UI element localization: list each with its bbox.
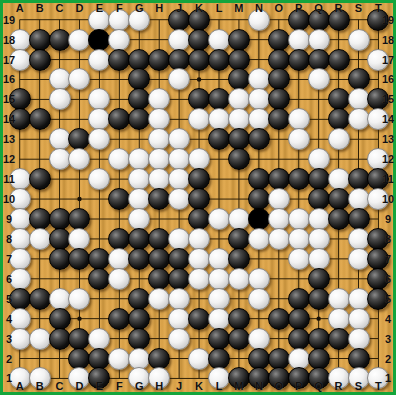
white-stone-J11[interactable] — [168, 168, 190, 190]
black-stone-B5[interactable] — [29, 288, 51, 310]
black-stone-M17[interactable] — [228, 49, 250, 71]
black-stone-F17[interactable] — [108, 49, 130, 71]
black-stone-R17[interactable] — [328, 49, 350, 71]
white-stone-K8[interactable] — [188, 228, 210, 250]
white-stone-M14[interactable] — [228, 108, 250, 130]
white-stone-P9[interactable] — [288, 208, 310, 230]
white-stone-D8[interactable] — [68, 228, 90, 250]
row-label-right-2: 2 — [385, 353, 391, 364]
col-label-bottom-P: P — [295, 381, 302, 392]
black-stone-P5[interactable] — [288, 288, 310, 310]
white-stone-F12[interactable] — [108, 148, 130, 170]
white-stone-L9[interactable] — [208, 208, 230, 230]
white-stone-D16[interactable] — [68, 68, 90, 90]
white-stone-C12[interactable] — [49, 148, 71, 170]
white-stone-Q12[interactable] — [308, 148, 330, 170]
col-label-top-C: C — [56, 3, 64, 14]
white-stone-E13[interactable] — [88, 128, 110, 150]
black-stone-C18[interactable] — [49, 29, 71, 51]
row-label-right-14: 14 — [382, 114, 394, 125]
black-stone-L3[interactable] — [208, 328, 230, 350]
black-stone-H8[interactable] — [148, 228, 170, 250]
black-stone-M18[interactable] — [228, 29, 250, 51]
row-label-right-7: 7 — [385, 253, 391, 264]
row-label-left-8: 8 — [6, 233, 12, 244]
black-stone-B14[interactable] — [29, 108, 51, 130]
white-stone-G2[interactable] — [128, 348, 150, 370]
col-label-bottom-N: N — [255, 381, 263, 392]
white-stone-S14[interactable] — [348, 108, 370, 130]
white-stone-G10[interactable] — [128, 188, 150, 210]
black-stone-R10[interactable] — [328, 188, 350, 210]
black-stone-M12[interactable] — [228, 148, 250, 170]
black-stone-M4[interactable] — [228, 308, 250, 330]
white-stone-E17[interactable] — [88, 49, 110, 71]
black-stone-O14[interactable] — [268, 108, 290, 130]
black-stone-S16[interactable] — [348, 68, 370, 90]
black-stone-F14[interactable] — [108, 108, 130, 130]
white-stone-S18[interactable] — [348, 29, 370, 51]
black-stone-O16[interactable] — [268, 68, 290, 90]
white-stone-N15[interactable] — [248, 88, 270, 110]
col-label-top-Q: Q — [314, 3, 323, 14]
white-stone-R11[interactable] — [328, 168, 350, 190]
black-stone-K4[interactable] — [188, 308, 210, 330]
white-stone-F7[interactable] — [108, 248, 130, 270]
row-label-right-18: 18 — [382, 34, 394, 45]
white-stone-N8[interactable] — [248, 228, 270, 250]
black-stone-M16[interactable] — [228, 68, 250, 90]
white-stone-K7[interactable] — [188, 248, 210, 270]
black-stone-H6[interactable] — [148, 268, 170, 290]
row-label-left-9: 9 — [6, 214, 12, 225]
white-stone-H15[interactable] — [148, 88, 170, 110]
col-label-bottom-A: A — [16, 381, 24, 392]
black-stone-O11[interactable] — [268, 168, 290, 190]
row-label-right-12: 12 — [382, 154, 394, 165]
black-stone-R15[interactable] — [328, 88, 350, 110]
white-stone-K2[interactable] — [188, 348, 210, 370]
black-stone-M3[interactable] — [228, 328, 250, 350]
black-stone-M8[interactable] — [228, 228, 250, 250]
white-stone-P7[interactable] — [288, 248, 310, 270]
black-stone-C3[interactable] — [49, 328, 71, 350]
col-label-top-A: A — [16, 3, 24, 14]
white-stone-Q16[interactable] — [308, 68, 330, 90]
black-stone-S11[interactable] — [348, 168, 370, 190]
black-stone-P4[interactable] — [288, 308, 310, 330]
black-stone-Q6[interactable] — [308, 268, 330, 290]
col-label-top-R: R — [335, 3, 343, 14]
row-label-right-13: 13 — [382, 134, 394, 145]
black-stone-N9-marked[interactable] — [248, 208, 270, 230]
white-stone-S15[interactable] — [348, 88, 370, 110]
white-stone-J12[interactable] — [168, 148, 190, 170]
black-stone-K9[interactable] — [188, 208, 210, 230]
white-stone-K12[interactable] — [188, 148, 210, 170]
black-stone-O18[interactable] — [268, 29, 290, 51]
col-label-bottom-E: E — [96, 381, 103, 392]
col-label-top-S: S — [355, 3, 362, 14]
white-stone-L18[interactable] — [208, 29, 230, 51]
white-stone-B3[interactable] — [29, 328, 51, 350]
white-stone-C5[interactable] — [49, 288, 71, 310]
row-label-left-2: 2 — [6, 353, 12, 364]
black-stone-S9[interactable] — [348, 208, 370, 230]
white-stone-G11[interactable] — [128, 168, 150, 190]
row-label-right-11: 11 — [382, 174, 394, 185]
white-stone-P18[interactable] — [288, 29, 310, 51]
row-label-right-4: 4 — [385, 313, 391, 324]
black-stone-K15[interactable] — [188, 88, 210, 110]
black-stone-D13[interactable] — [68, 128, 90, 150]
white-stone-F2[interactable] — [108, 348, 130, 370]
black-stone-O17[interactable] — [268, 49, 290, 71]
white-stone-J18[interactable] — [168, 29, 190, 51]
black-stone-G5[interactable] — [128, 288, 150, 310]
col-label-top-D: D — [76, 3, 84, 14]
white-stone-P2[interactable] — [288, 348, 310, 370]
row-label-left-18: 18 — [3, 34, 15, 45]
col-label-bottom-F: F — [116, 381, 123, 392]
white-stone-F18[interactable] — [108, 29, 130, 51]
white-stone-D5[interactable] — [68, 288, 90, 310]
white-stone-Q18[interactable] — [308, 29, 330, 51]
white-stone-Q7[interactable] — [308, 248, 330, 270]
goban-board[interactable]: AABBCCDDEEFFGGHHJJKKLLMMNNOOPPQQRRSSTT19… — [3, 3, 393, 392]
white-stone-N5[interactable] — [248, 288, 270, 310]
white-stone-G12[interactable] — [128, 148, 150, 170]
black-stone-K11[interactable] — [188, 168, 210, 190]
row-label-left-12: 12 — [3, 154, 15, 165]
white-stone-O10[interactable] — [268, 188, 290, 210]
row-label-left-16: 16 — [3, 74, 15, 85]
black-stone-G14[interactable] — [128, 108, 150, 130]
row-label-right-9: 9 — [385, 214, 391, 225]
black-stone-L2[interactable] — [208, 348, 230, 370]
col-label-bottom-C: C — [56, 381, 64, 392]
black-stone-R14[interactable] — [328, 108, 350, 130]
black-stone-D7[interactable] — [68, 248, 90, 270]
black-stone-N11[interactable] — [248, 168, 270, 190]
black-stone-C9[interactable] — [49, 208, 71, 230]
col-label-top-T: T — [375, 3, 382, 14]
col-label-bottom-D: D — [76, 381, 84, 392]
white-stone-S3[interactable] — [348, 328, 370, 350]
row-label-left-6: 6 — [6, 273, 12, 284]
white-stone-K14[interactable] — [188, 108, 210, 130]
black-stone-R3[interactable] — [328, 328, 350, 350]
white-stone-H12[interactable] — [148, 148, 170, 170]
black-stone-M13[interactable] — [228, 128, 250, 150]
black-stone-G17[interactable] — [128, 49, 150, 71]
white-stone-M9[interactable] — [228, 208, 250, 230]
white-stone-P13[interactable] — [288, 128, 310, 150]
white-stone-G9[interactable] — [128, 208, 150, 230]
white-stone-H13[interactable] — [148, 128, 170, 150]
black-stone-P3[interactable] — [288, 328, 310, 350]
black-stone-G4[interactable] — [128, 308, 150, 330]
black-stone-Q5[interactable] — [308, 288, 330, 310]
white-stone-J13[interactable] — [168, 128, 190, 150]
black-stone-F8[interactable] — [108, 228, 130, 250]
col-label-bottom-J: J — [176, 381, 182, 392]
black-stone-M7[interactable] — [228, 248, 250, 270]
black-stone-R9[interactable] — [328, 208, 350, 230]
col-label-top-P: P — [295, 3, 302, 14]
row-label-left-17: 17 — [3, 54, 15, 65]
black-stone-B18[interactable] — [29, 29, 51, 51]
col-label-top-N: N — [255, 3, 263, 14]
col-label-bottom-B: B — [36, 381, 44, 392]
white-stone-H5[interactable] — [148, 288, 170, 310]
black-stone-H17[interactable] — [148, 49, 170, 71]
white-stone-N14[interactable] — [248, 108, 270, 130]
col-label-top-J: J — [176, 3, 182, 14]
black-stone-H2[interactable] — [148, 348, 170, 370]
white-stone-E3[interactable] — [88, 328, 110, 350]
white-stone-B8[interactable] — [29, 228, 51, 250]
black-stone-B11[interactable] — [29, 168, 51, 190]
row-label-right-17: 17 — [382, 54, 394, 65]
col-label-top-E: E — [96, 3, 103, 14]
col-label-top-F: F — [116, 3, 123, 14]
col-label-bottom-H: H — [155, 381, 163, 392]
white-stone-L5[interactable] — [208, 288, 230, 310]
white-stone-E15[interactable] — [88, 88, 110, 110]
col-label-bottom-S: S — [355, 381, 362, 392]
black-stone-K17[interactable] — [188, 49, 210, 71]
white-stone-D12[interactable] — [68, 148, 90, 170]
row-label-left-19: 19 — [3, 14, 15, 25]
black-stone-G7[interactable] — [128, 248, 150, 270]
white-stone-L14[interactable] — [208, 108, 230, 130]
black-stone-D2[interactable] — [68, 348, 90, 370]
black-stone-E18-marked[interactable] — [88, 29, 110, 51]
white-stone-K6[interactable] — [188, 268, 210, 290]
row-label-right-3: 3 — [385, 333, 391, 344]
black-stone-L15[interactable] — [208, 88, 230, 110]
white-stone-N6[interactable] — [248, 268, 270, 290]
black-stone-Q17[interactable] — [308, 49, 330, 71]
white-stone-C16[interactable] — [49, 68, 71, 90]
white-stone-P8[interactable] — [288, 228, 310, 250]
black-stone-L13[interactable] — [208, 128, 230, 150]
row-label-right-10: 10 — [382, 194, 394, 205]
black-stone-B9[interactable] — [29, 208, 51, 230]
black-stone-C8[interactable] — [49, 228, 71, 250]
white-stone-S10[interactable] — [348, 188, 370, 210]
white-stone-R5[interactable] — [328, 288, 350, 310]
white-stone-R4[interactable] — [328, 308, 350, 330]
col-label-bottom-G: G — [135, 381, 144, 392]
row-label-left-4: 4 — [6, 313, 12, 324]
black-stone-Q10[interactable] — [308, 188, 330, 210]
white-stone-J16[interactable] — [168, 68, 190, 90]
black-stone-E7[interactable] — [88, 248, 110, 270]
black-stone-Q11[interactable] — [308, 168, 330, 190]
row-label-left-10: 10 — [3, 194, 15, 205]
black-stone-D9[interactable] — [68, 208, 90, 230]
col-label-top-M: M — [234, 3, 243, 14]
black-stone-N13[interactable] — [248, 128, 270, 150]
black-stone-D3[interactable] — [68, 328, 90, 350]
white-stone-J4[interactable] — [168, 308, 190, 330]
black-stone-J6[interactable] — [168, 268, 190, 290]
black-stone-O2[interactable] — [268, 348, 290, 370]
white-stone-F6[interactable] — [108, 268, 130, 290]
white-stone-S7[interactable] — [348, 248, 370, 270]
black-stone-J17[interactable] — [168, 49, 190, 71]
row-label-right-15: 15 — [382, 94, 394, 105]
black-stone-H7[interactable] — [148, 248, 170, 270]
row-label-left-15: 15 — [3, 94, 15, 105]
black-stone-F4[interactable] — [108, 308, 130, 330]
black-stone-G16[interactable] — [128, 68, 150, 90]
go-app-window: AABBCCDDEEFFGGHHJJKKLLMMNNOOPPQQRRSSTT19… — [0, 0, 396, 395]
col-label-bottom-K: K — [195, 381, 203, 392]
black-stone-F10[interactable] — [108, 188, 130, 210]
black-stone-L17[interactable] — [208, 49, 230, 71]
white-stone-R13[interactable] — [328, 128, 350, 150]
white-stone-N3[interactable] — [248, 328, 270, 350]
col-label-bottom-M: M — [234, 381, 243, 392]
white-stone-D18[interactable] — [68, 29, 90, 51]
black-stone-G3[interactable] — [128, 328, 150, 350]
white-stone-J5[interactable] — [168, 288, 190, 310]
black-stone-E2[interactable] — [88, 348, 110, 370]
white-stone-Q8[interactable] — [308, 228, 330, 250]
white-stone-O9[interactable] — [268, 208, 290, 230]
col-label-top-H: H — [155, 3, 163, 14]
black-stone-J7[interactable] — [168, 248, 190, 270]
white-stone-L7[interactable] — [208, 248, 230, 270]
white-stone-S4[interactable] — [348, 308, 370, 330]
white-stone-J10[interactable] — [168, 188, 190, 210]
col-label-bottom-Q: Q — [314, 381, 323, 392]
black-stone-N2[interactable] — [248, 348, 270, 370]
white-stone-H11[interactable] — [148, 168, 170, 190]
col-label-top-K: K — [195, 3, 203, 14]
col-label-top-O: O — [275, 3, 284, 14]
row-label-right-8: 8 — [385, 233, 391, 244]
black-stone-P17[interactable] — [288, 49, 310, 71]
row-label-right-6: 6 — [385, 273, 391, 284]
row-label-right-1: 1 — [385, 373, 391, 384]
row-label-left-14: 14 — [3, 114, 15, 125]
black-stone-S2[interactable] — [348, 348, 370, 370]
row-label-left-1: 1 — [6, 373, 12, 384]
row-label-right-19: 19 — [382, 14, 394, 25]
white-stone-P14[interactable] — [288, 108, 310, 130]
white-stone-L6[interactable] — [208, 268, 230, 290]
white-stone-N16[interactable] — [248, 68, 270, 90]
col-label-bottom-R: R — [335, 381, 343, 392]
col-label-top-G: G — [135, 3, 144, 14]
col-label-top-L: L — [216, 3, 223, 14]
row-label-right-16: 16 — [382, 74, 394, 85]
black-stone-O4[interactable] — [268, 308, 290, 330]
black-stone-O15[interactable] — [268, 88, 290, 110]
row-label-left-3: 3 — [6, 333, 12, 344]
black-stone-K10[interactable] — [188, 188, 210, 210]
row-label-right-5: 5 — [385, 293, 391, 304]
row-label-left-11: 11 — [3, 174, 15, 185]
white-stone-E14[interactable] — [88, 108, 110, 130]
white-stone-O8[interactable] — [268, 228, 290, 250]
black-stone-E6[interactable] — [88, 268, 110, 290]
black-stone-G8[interactable] — [128, 228, 150, 250]
black-stone-K18[interactable] — [188, 29, 210, 51]
white-stone-C15[interactable] — [49, 88, 71, 110]
white-stone-S5[interactable] — [348, 288, 370, 310]
black-stone-C7[interactable] — [49, 248, 71, 270]
col-label-bottom-O: O — [275, 381, 284, 392]
black-stone-Q3[interactable] — [308, 328, 330, 350]
col-label-bottom-L: L — [216, 381, 223, 392]
white-stone-S8[interactable] — [348, 228, 370, 250]
col-label-bottom-T: T — [375, 381, 382, 392]
row-label-left-5: 5 — [6, 293, 12, 304]
black-stone-N10[interactable] — [248, 188, 270, 210]
row-label-left-13: 13 — [3, 134, 15, 145]
black-stone-G15[interactable] — [128, 88, 150, 110]
black-stone-H10[interactable] — [148, 188, 170, 210]
white-stone-L4[interactable] — [208, 308, 230, 330]
white-stone-H14[interactable] — [148, 108, 170, 130]
white-stone-J8[interactable] — [168, 228, 190, 250]
black-stone-B17[interactable] — [29, 49, 51, 71]
row-label-left-7: 7 — [6, 253, 12, 264]
black-stone-P11[interactable] — [288, 168, 310, 190]
col-label-top-B: B — [36, 3, 44, 14]
black-stone-Q2[interactable] — [308, 348, 330, 370]
white-stone-Q9[interactable] — [308, 208, 330, 230]
black-stone-C4[interactable] — [49, 308, 71, 330]
white-stone-M6[interactable] — [228, 268, 250, 290]
white-stone-M15[interactable] — [228, 88, 250, 110]
white-stone-C13[interactable] — [49, 128, 71, 150]
white-stone-E11[interactable] — [88, 168, 110, 190]
white-stone-J3[interactable] — [168, 328, 190, 350]
